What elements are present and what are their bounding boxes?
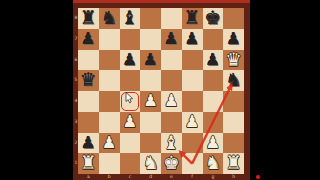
piece-white-queen: ♛ (225, 51, 242, 70)
piece-black-knight: ♞ (225, 71, 242, 90)
square-c4[interactable] (120, 91, 141, 112)
piece-black-pawn: ♟ (81, 135, 96, 152)
square-g6[interactable]: ♟ (203, 50, 224, 71)
piece-black-pawn: ♟ (143, 52, 158, 69)
piece-white-knight: ♞ (142, 154, 159, 173)
square-a3[interactable] (78, 112, 99, 133)
piece-black-pawn: ♟ (226, 31, 241, 48)
square-b5[interactable] (99, 70, 120, 91)
piece-black-knight: ♞ (101, 9, 118, 28)
square-g7[interactable] (203, 29, 224, 50)
board-top-stripe (73, 0, 250, 3)
rank-label-5: 5 (73, 70, 79, 91)
square-h1[interactable]: ♜ (223, 153, 244, 174)
piece-white-rook: ♜ (80, 154, 97, 173)
square-d1[interactable]: ♞ (140, 153, 161, 174)
square-b4[interactable] (99, 91, 120, 112)
piece-white-pawn: ♟ (143, 93, 158, 110)
piece-black-pawn: ♟ (164, 31, 179, 48)
rank-label-4: 4 (73, 91, 79, 112)
red-dot (256, 175, 260, 179)
square-a4[interactable] (78, 91, 99, 112)
square-c2[interactable] (120, 133, 141, 154)
square-c6[interactable]: ♟ (120, 50, 141, 71)
square-b7[interactable] (99, 29, 120, 50)
piece-black-rook: ♜ (184, 9, 201, 28)
file-label-e: e (161, 174, 182, 180)
piece-white-king: ♚ (163, 154, 180, 173)
mouse-cursor-icon (125, 92, 134, 104)
square-d3[interactable] (140, 112, 161, 133)
piece-black-pawn: ♟ (81, 31, 96, 48)
square-g1[interactable]: ♞ (203, 153, 224, 174)
piece-white-pawn: ♟ (205, 135, 220, 152)
square-e5[interactable] (161, 70, 182, 91)
piece-white-pawn: ♟ (102, 135, 117, 152)
file-label-c: c (120, 174, 141, 180)
square-g3[interactable] (203, 112, 224, 133)
piece-white-pawn: ♟ (122, 114, 137, 131)
piece-black-king: ♚ (205, 9, 222, 28)
square-d4[interactable]: ♟ (140, 91, 161, 112)
square-e8[interactable] (161, 8, 182, 29)
file-label-a: a (78, 174, 99, 180)
piece-black-pawn: ♟ (185, 31, 200, 48)
rank-label-6: 6 (73, 50, 79, 71)
file-label-d: d (140, 174, 161, 180)
piece-black-pawn: ♟ (205, 52, 220, 69)
rank-labels: 87654321 (73, 8, 79, 174)
square-g4[interactable] (203, 91, 224, 112)
square-h4[interactable] (223, 91, 244, 112)
square-d2[interactable] (140, 133, 161, 154)
square-h7[interactable]: ♟ (223, 29, 244, 50)
square-h5[interactable]: ♞ (223, 70, 244, 91)
square-h6[interactable]: ♛ (223, 50, 244, 71)
square-f5[interactable] (182, 70, 203, 91)
rank-label-2: 2 (73, 133, 79, 154)
square-a1[interactable]: ♜ (78, 153, 99, 174)
square-a7[interactable]: ♟ (78, 29, 99, 50)
square-f4[interactable] (182, 91, 203, 112)
square-g5[interactable] (203, 70, 224, 91)
rank-label-3: 3 (73, 112, 79, 133)
square-c7[interactable] (120, 29, 141, 50)
square-a5[interactable]: ♛ (78, 70, 99, 91)
square-g2[interactable]: ♟ (203, 133, 224, 154)
square-f8[interactable]: ♜ (182, 8, 203, 29)
square-b8[interactable]: ♞ (99, 8, 120, 29)
square-e7[interactable]: ♟ (161, 29, 182, 50)
square-e3[interactable] (161, 112, 182, 133)
piece-black-queen: ♛ (80, 71, 97, 90)
rank-label-8: 8 (73, 8, 79, 29)
square-f6[interactable] (182, 50, 203, 71)
square-d5[interactable] (140, 70, 161, 91)
square-f3[interactable]: ♟ (182, 112, 203, 133)
square-c1[interactable] (120, 153, 141, 174)
square-a8[interactable]: ♜ (78, 8, 99, 29)
square-g8[interactable]: ♚ (203, 8, 224, 29)
square-f1[interactable] (182, 153, 203, 174)
rank-label-7: 7 (73, 29, 79, 50)
board-grid: ♜♞♝♜♚♟♟♟♟♟♟♟♛♛♞♟♟♟♟♟♟♝♟♜♞♚♞♜ (78, 8, 244, 174)
square-c8[interactable]: ♝ (120, 8, 141, 29)
piece-black-rook: ♜ (80, 9, 97, 28)
square-a2[interactable]: ♟ (78, 133, 99, 154)
file-labels: abcdefgh (78, 174, 244, 180)
file-label-f: f (182, 174, 203, 180)
square-h8[interactable] (223, 8, 244, 29)
square-d8[interactable] (140, 8, 161, 29)
rank-label-1: 1 (73, 153, 79, 174)
square-e2[interactable]: ♝ (161, 133, 182, 154)
piece-black-pawn: ♟ (122, 52, 137, 69)
square-b3[interactable] (99, 112, 120, 133)
piece-black-bishop: ♝ (122, 9, 139, 28)
piece-white-pawn: ♟ (185, 114, 200, 131)
piece-white-bishop: ♝ (163, 134, 180, 153)
square-f2[interactable] (182, 133, 203, 154)
square-h2[interactable] (223, 133, 244, 154)
square-d7[interactable] (140, 29, 161, 50)
square-b6[interactable] (99, 50, 120, 71)
square-c3[interactable]: ♟ (120, 112, 141, 133)
file-label-g: g (203, 174, 224, 180)
square-e4[interactable]: ♟ (161, 91, 182, 112)
chess-board: 87654321 abcdefgh ♜♞♝♜♚♟♟♟♟♟♟♟♛♛♞♟♟♟♟♟♟♝… (73, 0, 250, 180)
square-f7[interactable]: ♟ (182, 29, 203, 50)
square-e6[interactable] (161, 50, 182, 71)
square-c5[interactable] (120, 70, 141, 91)
file-label-h: h (223, 174, 244, 180)
square-e1[interactable]: ♚ (161, 153, 182, 174)
square-a6[interactable] (78, 50, 99, 71)
square-d6[interactable]: ♟ (140, 50, 161, 71)
piece-white-knight: ♞ (205, 154, 222, 173)
square-h3[interactable] (223, 112, 244, 133)
square-b1[interactable] (99, 153, 120, 174)
piece-white-rook: ♜ (225, 154, 242, 173)
piece-white-pawn: ♟ (164, 93, 179, 110)
square-b2[interactable]: ♟ (99, 133, 120, 154)
video-frame: 87654321 abcdefgh ♜♞♝♜♚♟♟♟♟♟♟♟♛♛♞♟♟♟♟♟♟♝… (0, 0, 320, 180)
file-label-b: b (99, 174, 120, 180)
